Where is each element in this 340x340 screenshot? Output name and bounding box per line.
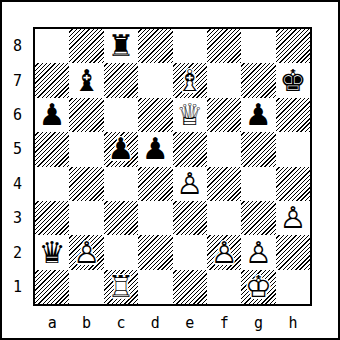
white-pawn: ♟♙: [241, 235, 275, 269]
square-e1[interactable]: [173, 270, 207, 304]
square-g7[interactable]: [241, 63, 275, 97]
piece-glyph: ♟: [241, 98, 275, 132]
piece-halo: ♝: [69, 63, 103, 97]
square-a5[interactable]: [35, 132, 69, 166]
square-c3[interactable]: [104, 201, 138, 235]
rank-label-1: 1: [2, 270, 33, 304]
rank-labels: 87654321: [2, 29, 33, 304]
square-c1[interactable]: ♜♖: [104, 270, 138, 304]
piece-halo: ♟: [241, 98, 275, 132]
square-h3[interactable]: ♟♙: [276, 201, 310, 235]
piece-glyph: ♟: [35, 98, 69, 132]
black-pawn: ♟♟: [35, 98, 69, 132]
piece-halo: ♜: [104, 270, 138, 304]
piece-glyph: ♖: [104, 270, 138, 304]
chess-board: ♜♜♝♝♝♗♚♚♟♟♛♕♟♟♟♟♟♟♟♙♟♙♛♛♟♙♟♙♟♙♜♖♚♔: [33, 27, 312, 306]
white-pawn: ♟♙: [173, 167, 207, 201]
square-f7[interactable]: [207, 63, 241, 97]
square-f3[interactable]: [207, 201, 241, 235]
square-e6[interactable]: ♛♕: [173, 98, 207, 132]
square-c7[interactable]: [104, 63, 138, 97]
file-labels: abcdefgh: [35, 309, 310, 337]
file-label-h: h: [276, 309, 310, 337]
square-a2[interactable]: ♛♛: [35, 235, 69, 269]
piece-halo: ♚: [276, 63, 310, 97]
black-pawn: ♟♟: [241, 98, 275, 132]
square-g2[interactable]: ♟♙: [241, 235, 275, 269]
square-g3[interactable]: [241, 201, 275, 235]
piece-glyph: ♟: [104, 132, 138, 166]
piece-halo: ♟: [104, 132, 138, 166]
square-h1[interactable]: [276, 270, 310, 304]
square-f6[interactable]: [207, 98, 241, 132]
black-pawn: ♟♟: [104, 132, 138, 166]
piece-halo: ♟: [138, 132, 172, 166]
black-bishop: ♝♝: [69, 63, 103, 97]
square-d2[interactable]: [138, 235, 172, 269]
piece-halo: ♛: [173, 98, 207, 132]
square-g6[interactable]: ♟♟: [241, 98, 275, 132]
square-c5[interactable]: ♟♟: [104, 132, 138, 166]
square-d3[interactable]: [138, 201, 172, 235]
piece-glyph: ♙: [241, 235, 275, 269]
square-e4[interactable]: ♟♙: [173, 167, 207, 201]
piece-glyph: ♙: [173, 167, 207, 201]
square-a8[interactable]: [35, 29, 69, 63]
file-label-g: g: [241, 309, 275, 337]
square-d1[interactable]: [138, 270, 172, 304]
square-c4[interactable]: [104, 167, 138, 201]
rank-label-6: 6: [2, 98, 33, 132]
white-queen: ♛♕: [173, 98, 207, 132]
square-g8[interactable]: [241, 29, 275, 63]
square-h5[interactable]: [276, 132, 310, 166]
square-c2[interactable]: [104, 235, 138, 269]
file-label-c: c: [104, 309, 138, 337]
piece-glyph: ♔: [241, 270, 275, 304]
file-label-b: b: [69, 309, 103, 337]
white-king: ♚♔: [241, 270, 275, 304]
piece-glyph: ♚: [276, 63, 310, 97]
piece-halo: ♟: [276, 201, 310, 235]
square-b2[interactable]: ♟♙: [69, 235, 103, 269]
square-h7[interactable]: ♚♚: [276, 63, 310, 97]
square-f2[interactable]: ♟♙: [207, 235, 241, 269]
square-a1[interactable]: [35, 270, 69, 304]
black-rook: ♜♜: [104, 29, 138, 63]
square-d5[interactable]: ♟♟: [138, 132, 172, 166]
piece-glyph: ♜: [104, 29, 138, 63]
square-f4[interactable]: [207, 167, 241, 201]
black-queen: ♛♛: [35, 235, 69, 269]
file-label-d: d: [138, 309, 172, 337]
square-b6[interactable]: [69, 98, 103, 132]
square-d8[interactable]: [138, 29, 172, 63]
square-b7[interactable]: ♝♝: [69, 63, 103, 97]
piece-glyph: ♛: [35, 235, 69, 269]
square-f1[interactable]: [207, 270, 241, 304]
file-label-a: a: [35, 309, 69, 337]
square-e8[interactable]: [173, 29, 207, 63]
piece-halo: ♟: [69, 235, 103, 269]
square-h4[interactable]: [276, 167, 310, 201]
piece-glyph: ♝: [69, 63, 103, 97]
square-a4[interactable]: [35, 167, 69, 201]
piece-glyph: ♕: [173, 98, 207, 132]
white-pawn: ♟♙: [207, 235, 241, 269]
square-d6[interactable]: [138, 98, 172, 132]
piece-glyph: ♗: [173, 63, 207, 97]
black-pawn: ♟♟: [138, 132, 172, 166]
square-e7[interactable]: ♝♗: [173, 63, 207, 97]
white-rook: ♜♖: [104, 270, 138, 304]
square-b5[interactable]: [69, 132, 103, 166]
piece-halo: ♟: [241, 235, 275, 269]
square-h2[interactable]: [276, 235, 310, 269]
square-b8[interactable]: [69, 29, 103, 63]
square-h6[interactable]: [276, 98, 310, 132]
rank-label-7: 7: [2, 63, 33, 97]
piece-halo: ♟: [173, 167, 207, 201]
piece-halo: ♚: [241, 270, 275, 304]
square-c8[interactable]: ♜♜: [104, 29, 138, 63]
square-g1[interactable]: ♚♔: [241, 270, 275, 304]
rank-label-2: 2: [2, 235, 33, 269]
white-pawn: ♟♙: [69, 235, 103, 269]
square-f5[interactable]: [207, 132, 241, 166]
piece-halo: ♜: [104, 29, 138, 63]
square-d4[interactable]: [138, 167, 172, 201]
rank-label-4: 4: [2, 167, 33, 201]
square-a3[interactable]: [35, 201, 69, 235]
square-h8[interactable]: [276, 29, 310, 63]
square-e3[interactable]: [173, 201, 207, 235]
square-a6[interactable]: ♟♟: [35, 98, 69, 132]
white-bishop: ♝♗: [173, 63, 207, 97]
piece-halo: ♟: [207, 235, 241, 269]
file-label-e: e: [173, 309, 207, 337]
rank-label-8: 8: [2, 29, 33, 63]
square-e2[interactable]: [173, 235, 207, 269]
piece-glyph: ♙: [276, 201, 310, 235]
piece-glyph: ♙: [69, 235, 103, 269]
rank-label-5: 5: [2, 132, 33, 166]
piece-glyph: ♟: [138, 132, 172, 166]
file-label-f: f: [207, 309, 241, 337]
piece-halo: ♝: [173, 63, 207, 97]
square-f8[interactable]: [207, 29, 241, 63]
piece-halo: ♟: [35, 98, 69, 132]
square-b3[interactable]: [69, 201, 103, 235]
white-pawn: ♟♙: [276, 201, 310, 235]
piece-halo: ♛: [35, 235, 69, 269]
black-king: ♚♚: [276, 63, 310, 97]
square-g5[interactable]: [241, 132, 275, 166]
chess-diagram: 87654321 ♜♜♝♝♝♗♚♚♟♟♛♕♟♟♟♟♟♟♟♙♟♙♛♛♟♙♟♙♟♙♜…: [0, 0, 340, 340]
square-a7[interactable]: [35, 63, 69, 97]
square-b1[interactable]: [69, 270, 103, 304]
square-b4[interactable]: [69, 167, 103, 201]
square-d7[interactable]: [138, 63, 172, 97]
piece-glyph: ♙: [207, 235, 241, 269]
square-g4[interactable]: [241, 167, 275, 201]
square-e5[interactable]: [173, 132, 207, 166]
rank-label-3: 3: [2, 201, 33, 235]
square-c6[interactable]: [104, 98, 138, 132]
